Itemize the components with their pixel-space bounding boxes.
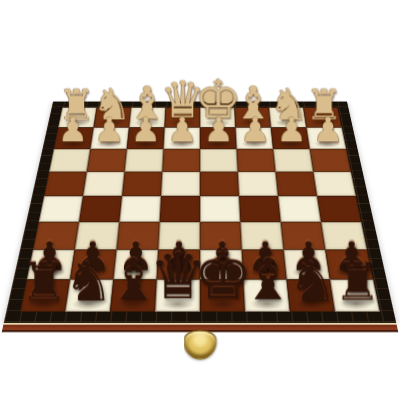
board-square-2-6 [273,149,313,172]
board-square-3-1 [83,172,125,196]
board-square-4-5 [239,196,281,222]
board-square-3-6 [275,172,317,196]
board-square-2-7 [310,149,351,172]
board-square-1-2: ♟ [127,128,165,149]
black-knight: ♞ [63,253,112,308]
black-rook: ♜ [20,255,67,308]
board-square-3-7 [313,172,356,196]
board-square-1-3: ♟ [163,128,200,149]
black-knight: ♞ [287,253,336,308]
board-square-4-6 [278,196,321,222]
board-square-4-7 [317,196,361,222]
board-square-2-4 [200,149,238,172]
brass-clasp-icon [184,330,217,359]
board-square-7-0: ♜ [20,280,70,312]
board-square-3-5 [238,172,278,196]
board-square-7-1: ♞ [65,280,113,312]
white-pawn: ♟ [94,113,124,147]
front-edge-trim [2,322,399,333]
board-square-2-3 [162,149,200,172]
board-square-7-7: ♜ [330,280,380,312]
board-square-7-4: ♚ [200,280,245,312]
board-square-2-1 [87,149,127,172]
chess-board: ♜♞♝♛♚♝♞♜♟♟♟♟♟♟♟♟♟♟♟♟♟♟♟♟♜♞♝♛♚♝♞♜ [4,102,396,322]
board-grid: ♜♞♝♛♚♝♞♜♟♟♟♟♟♟♟♟♟♟♟♟♟♟♟♟♜♞♝♛♚♝♞♜ [20,107,380,311]
white-pawn: ♟ [57,113,87,147]
board-square-7-6: ♞ [287,280,335,312]
board-square-1-4: ♟ [200,128,237,149]
board-square-4-0 [39,196,83,222]
board-square-7-5: ♝ [243,280,290,312]
board-square-3-2 [122,172,162,196]
white-pawn: ♟ [167,113,197,147]
black-rook: ♜ [333,255,380,308]
board-square-1-5: ♟ [235,128,273,149]
white-pawn: ♟ [240,113,270,147]
board-square-2-5 [237,149,276,172]
black-bishop: ♝ [241,251,292,308]
board-square-4-1 [79,196,122,222]
board-square-3-3 [161,172,200,196]
board-square-3-4 [200,172,239,196]
white-pawn: ♟ [130,113,160,147]
board-square-4-2 [119,196,161,222]
board-square-1-6: ♟ [271,128,310,149]
board-square-2-0 [49,149,90,172]
board-square-1-1: ♟ [90,128,129,149]
photo-scene: ♜♞♝♛♚♝♞♜♟♟♟♟♟♟♟♟♟♟♟♟♟♟♟♟♜♞♝♛♚♝♞♜ [0,0,400,400]
white-pawn: ♟ [313,113,343,147]
white-pawn: ♟ [276,113,306,147]
board-square-4-3 [160,196,200,222]
board-square-1-7: ♟ [306,128,346,149]
white-pawn: ♟ [203,113,233,147]
board-square-4-4 [200,196,240,222]
board-frame: ♜♞♝♛♚♝♞♜♟♟♟♟♟♟♟♟♟♟♟♟♟♟♟♟♜♞♝♛♚♝♞♜ [4,102,396,322]
board-square-2-2 [125,149,164,172]
board-square-1-0: ♟ [54,128,94,149]
board-square-3-0 [44,172,87,196]
